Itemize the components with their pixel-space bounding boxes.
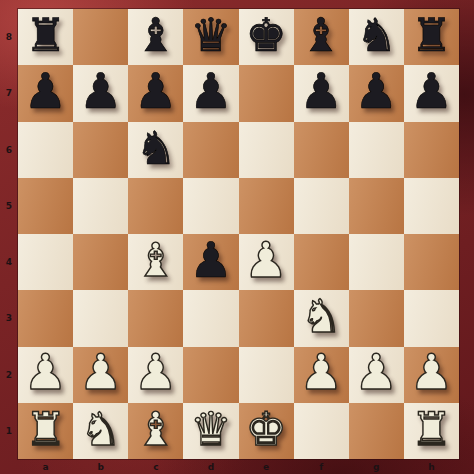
- square-e8[interactable]: ♚: [239, 9, 294, 65]
- square-g3[interactable]: [349, 290, 404, 346]
- piece-black-pawn[interactable]: ♟: [299, 67, 343, 116]
- square-g4[interactable]: [349, 234, 404, 290]
- square-b7[interactable]: ♟: [73, 65, 128, 121]
- square-b4[interactable]: [73, 234, 128, 290]
- square-h1[interactable]: ♜: [404, 403, 459, 459]
- piece-black-rook[interactable]: ♜: [411, 12, 452, 58]
- rank-label-4: 4: [0, 234, 18, 290]
- square-b3[interactable]: [73, 290, 128, 346]
- square-c7[interactable]: ♟: [128, 65, 183, 121]
- square-b8[interactable]: [73, 9, 128, 65]
- square-e6[interactable]: [239, 122, 294, 178]
- piece-black-knight[interactable]: ♞: [356, 12, 397, 58]
- piece-white-pawn[interactable]: ♟: [409, 348, 453, 397]
- piece-white-pawn[interactable]: ♟: [24, 348, 68, 397]
- board-frame: 87654321 ♜♝♛♚♝♞♜♟♟♟♟♟♟♟♞♝♟♟♞♟♟♟♟♟♟♜♞♝♛♚♜…: [0, 0, 474, 474]
- file-labels: abcdefgh: [18, 459, 459, 474]
- piece-black-knight[interactable]: ♞: [135, 125, 176, 171]
- square-d5[interactable]: [183, 178, 238, 234]
- square-f8[interactable]: ♝: [294, 9, 349, 65]
- piece-black-pawn[interactable]: ♟: [409, 67, 453, 116]
- file-label-g: g: [349, 459, 404, 474]
- square-d3[interactable]: [183, 290, 238, 346]
- square-e3[interactable]: [239, 290, 294, 346]
- square-h2[interactable]: ♟: [404, 347, 459, 403]
- square-f4[interactable]: [294, 234, 349, 290]
- square-h4[interactable]: [404, 234, 459, 290]
- square-a6[interactable]: [18, 122, 73, 178]
- piece-white-bishop[interactable]: ♝: [135, 406, 176, 452]
- piece-white-pawn[interactable]: ♟: [354, 348, 398, 397]
- rank-labels: 87654321: [0, 9, 18, 459]
- rank-label-1: 1: [0, 403, 18, 459]
- square-c8[interactable]: ♝: [128, 9, 183, 65]
- piece-black-pawn[interactable]: ♟: [354, 67, 398, 116]
- rank-label-3: 3: [0, 290, 18, 346]
- piece-white-queen[interactable]: ♛: [190, 406, 231, 452]
- square-g6[interactable]: [349, 122, 404, 178]
- square-h3[interactable]: [404, 290, 459, 346]
- square-f1[interactable]: [294, 403, 349, 459]
- square-d4[interactable]: ♟: [183, 234, 238, 290]
- square-h6[interactable]: [404, 122, 459, 178]
- rank-label-8: 8: [0, 9, 18, 65]
- square-a4[interactable]: [18, 234, 73, 290]
- square-e7[interactable]: [239, 65, 294, 121]
- piece-black-rook[interactable]: ♜: [25, 12, 66, 58]
- square-a1[interactable]: ♜: [18, 403, 73, 459]
- rank-label-6: 6: [0, 122, 18, 178]
- piece-white-king[interactable]: ♚: [245, 406, 286, 452]
- file-label-d: d: [183, 459, 238, 474]
- file-label-b: b: [73, 459, 128, 474]
- file-label-e: e: [239, 459, 294, 474]
- square-d8[interactable]: ♛: [183, 9, 238, 65]
- piece-black-pawn[interactable]: ♟: [189, 67, 233, 116]
- square-f7[interactable]: ♟: [294, 65, 349, 121]
- piece-black-bishop[interactable]: ♝: [135, 12, 176, 58]
- square-a2[interactable]: ♟: [18, 347, 73, 403]
- piece-white-pawn[interactable]: ♟: [244, 236, 288, 285]
- piece-white-knight[interactable]: ♞: [80, 406, 121, 452]
- piece-white-knight[interactable]: ♞: [301, 293, 342, 339]
- square-c4[interactable]: ♝: [128, 234, 183, 290]
- square-e5[interactable]: [239, 178, 294, 234]
- square-g8[interactable]: ♞: [349, 9, 404, 65]
- square-h8[interactable]: ♜: [404, 9, 459, 65]
- square-c3[interactable]: [128, 290, 183, 346]
- square-e1[interactable]: ♚: [239, 403, 294, 459]
- piece-white-rook[interactable]: ♜: [25, 406, 66, 452]
- piece-black-queen[interactable]: ♛: [190, 12, 231, 58]
- square-f5[interactable]: [294, 178, 349, 234]
- square-g2[interactable]: ♟: [349, 347, 404, 403]
- square-e4[interactable]: ♟: [239, 234, 294, 290]
- square-b1[interactable]: ♞: [73, 403, 128, 459]
- square-g5[interactable]: [349, 178, 404, 234]
- square-e2[interactable]: [239, 347, 294, 403]
- square-c2[interactable]: ♟: [128, 347, 183, 403]
- piece-white-pawn[interactable]: ♟: [134, 348, 178, 397]
- square-h7[interactable]: ♟: [404, 65, 459, 121]
- piece-white-rook[interactable]: ♜: [411, 406, 452, 452]
- piece-white-pawn[interactable]: ♟: [299, 348, 343, 397]
- square-d1[interactable]: ♛: [183, 403, 238, 459]
- piece-white-pawn[interactable]: ♟: [79, 348, 123, 397]
- square-f3[interactable]: ♞: [294, 290, 349, 346]
- chess-board: ♜♝♛♚♝♞♜♟♟♟♟♟♟♟♞♝♟♟♞♟♟♟♟♟♟♜♞♝♛♚♜: [18, 9, 459, 459]
- square-b2[interactable]: ♟: [73, 347, 128, 403]
- rank-label-5: 5: [0, 178, 18, 234]
- square-b5[interactable]: [73, 178, 128, 234]
- square-g7[interactable]: ♟: [349, 65, 404, 121]
- square-h5[interactable]: [404, 178, 459, 234]
- file-label-a: a: [18, 459, 73, 474]
- square-c1[interactable]: ♝: [128, 403, 183, 459]
- piece-black-pawn[interactable]: ♟: [134, 67, 178, 116]
- square-a3[interactable]: [18, 290, 73, 346]
- piece-black-pawn[interactable]: ♟: [79, 67, 123, 116]
- square-a5[interactable]: [18, 178, 73, 234]
- piece-black-king[interactable]: ♚: [245, 12, 286, 58]
- square-f2[interactable]: ♟: [294, 347, 349, 403]
- square-c6[interactable]: ♞: [128, 122, 183, 178]
- file-label-f: f: [294, 459, 349, 474]
- piece-white-bishop[interactable]: ♝: [135, 237, 176, 283]
- square-a8[interactable]: ♜: [18, 9, 73, 65]
- square-c5[interactable]: [128, 178, 183, 234]
- piece-black-pawn[interactable]: ♟: [189, 236, 233, 285]
- square-d6[interactable]: [183, 122, 238, 178]
- file-label-h: h: [404, 459, 459, 474]
- square-g1[interactable]: [349, 403, 404, 459]
- square-a7[interactable]: ♟: [18, 65, 73, 121]
- square-f6[interactable]: [294, 122, 349, 178]
- rank-label-2: 2: [0, 347, 18, 403]
- square-d7[interactable]: ♟: [183, 65, 238, 121]
- square-d2[interactable]: [183, 347, 238, 403]
- rank-label-7: 7: [0, 65, 18, 121]
- piece-black-pawn[interactable]: ♟: [24, 67, 68, 116]
- file-label-c: c: [128, 459, 183, 474]
- piece-black-bishop[interactable]: ♝: [301, 12, 342, 58]
- square-b6[interactable]: [73, 122, 128, 178]
